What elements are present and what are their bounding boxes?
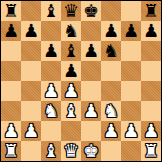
piece-black-pawn-icon[interactable]: ♟ [23,21,39,41]
square-g6[interactable] [121,41,141,61]
square-h5[interactable] [141,61,161,81]
piece-black-pawn-icon[interactable]: ♟ [103,21,119,41]
square-g2[interactable]: ♟ [121,121,141,141]
piece-black-knight-icon[interactable]: ♞ [63,21,79,41]
square-d1[interactable]: ♛ [61,141,81,161]
square-d8[interactable]: ♛ [61,1,81,21]
square-a8[interactable]: ♜ [1,1,21,21]
square-d2[interactable] [61,121,81,141]
piece-white-rook-icon[interactable]: ♜ [3,141,19,161]
piece-white-pawn-icon[interactable]: ♟ [63,81,79,101]
square-f5[interactable] [101,61,121,81]
square-e6[interactable]: ♟ [81,41,101,61]
square-h3[interactable] [141,101,161,121]
square-e7[interactable] [81,21,101,41]
square-e3[interactable]: ♟ [81,101,101,121]
square-f2[interactable]: ♟ [101,121,121,141]
square-e1[interactable]: ♚ [81,141,101,161]
square-d5[interactable]: ♟ [61,61,81,81]
piece-white-bishop-icon[interactable]: ♝ [63,101,79,121]
square-h8[interactable]: ♜ [141,1,161,21]
square-g1[interactable] [121,141,141,161]
piece-black-pawn-icon[interactable]: ♟ [63,61,79,81]
square-d4[interactable]: ♟ [61,81,81,101]
piece-black-knight-icon[interactable]: ♞ [103,41,119,61]
square-f4[interactable] [101,81,121,101]
square-h1[interactable]: ♜ [141,141,161,161]
piece-white-pawn-icon[interactable]: ♟ [83,101,99,121]
square-e8[interactable]: ♚ [81,1,101,21]
piece-white-rook-icon[interactable]: ♜ [143,141,159,161]
square-h6[interactable] [141,41,161,61]
square-b7[interactable]: ♟ [21,21,41,41]
square-d7[interactable]: ♞ [61,21,81,41]
square-b3[interactable] [21,101,41,121]
square-f3[interactable]: ♞ [101,101,121,121]
square-b1[interactable] [21,141,41,161]
square-c1[interactable]: ♝ [41,141,61,161]
chess-board: ♜♝♛♚♜♟♟♞♟♟♟♟♝♟♞♟♟♟♞♝♟♞♟♟♟♟♟♜♝♛♚♜ [1,1,161,161]
square-f1[interactable] [101,141,121,161]
piece-white-knight-icon[interactable]: ♞ [103,101,119,121]
piece-black-pawn-icon[interactable]: ♟ [43,41,59,61]
piece-black-rook-icon[interactable]: ♜ [3,1,19,21]
piece-white-knight-icon[interactable]: ♞ [43,101,59,121]
square-h7[interactable]: ♟ [141,21,161,41]
piece-white-pawn-icon[interactable]: ♟ [143,121,159,141]
square-a3[interactable] [1,101,21,121]
square-c5[interactable] [41,61,61,81]
square-b6[interactable] [21,41,41,61]
chess-board-frame: ♜♝♛♚♜♟♟♞♟♟♟♟♝♟♞♟♟♟♞♝♟♞♟♟♟♟♟♜♝♛♚♜ [0,0,162,162]
piece-black-pawn-icon[interactable]: ♟ [143,21,159,41]
piece-black-pawn-icon[interactable]: ♟ [3,21,19,41]
square-d6[interactable]: ♝ [61,41,81,61]
square-d3[interactable]: ♝ [61,101,81,121]
piece-white-pawn-icon[interactable]: ♟ [123,121,139,141]
piece-white-pawn-icon[interactable]: ♟ [43,81,59,101]
square-b8[interactable] [21,1,41,21]
square-h4[interactable] [141,81,161,101]
square-a1[interactable]: ♜ [1,141,21,161]
square-a4[interactable] [1,81,21,101]
square-e5[interactable] [81,61,101,81]
piece-white-queen-icon[interactable]: ♛ [63,141,79,161]
square-b2[interactable]: ♟ [21,121,41,141]
square-h2[interactable]: ♟ [141,121,161,141]
square-c8[interactable]: ♝ [41,1,61,21]
piece-white-pawn-icon[interactable]: ♟ [103,121,119,141]
piece-white-pawn-icon[interactable]: ♟ [23,121,39,141]
square-g8[interactable] [121,1,141,21]
square-b4[interactable] [21,81,41,101]
square-f7[interactable]: ♟ [101,21,121,41]
square-b5[interactable] [21,61,41,81]
square-a2[interactable]: ♟ [1,121,21,141]
piece-white-king-icon[interactable]: ♚ [83,141,99,161]
square-g5[interactable] [121,61,141,81]
square-a7[interactable]: ♟ [1,21,21,41]
piece-black-rook-icon[interactable]: ♜ [143,1,159,21]
square-a5[interactable] [1,61,21,81]
square-a6[interactable] [1,41,21,61]
square-c6[interactable]: ♟ [41,41,61,61]
square-g7[interactable]: ♟ [121,21,141,41]
piece-black-king-icon[interactable]: ♚ [83,1,99,21]
square-c3[interactable]: ♞ [41,101,61,121]
square-f8[interactable] [101,1,121,21]
square-g3[interactable] [121,101,141,121]
square-g4[interactable] [121,81,141,101]
piece-black-queen-icon[interactable]: ♛ [63,1,79,21]
piece-black-pawn-icon[interactable]: ♟ [123,21,139,41]
square-e4[interactable] [81,81,101,101]
square-e2[interactable] [81,121,101,141]
square-c7[interactable] [41,21,61,41]
square-c2[interactable] [41,121,61,141]
piece-white-pawn-icon[interactable]: ♟ [3,121,19,141]
piece-black-bishop-icon[interactable]: ♝ [63,41,79,61]
piece-black-pawn-icon[interactable]: ♟ [83,41,99,61]
piece-white-bishop-icon[interactable]: ♝ [43,141,59,161]
square-f6[interactable]: ♞ [101,41,121,61]
piece-black-bishop-icon[interactable]: ♝ [43,1,59,21]
square-c4[interactable]: ♟ [41,81,61,101]
